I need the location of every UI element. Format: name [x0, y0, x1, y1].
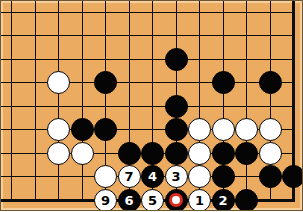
red-circle-mark-icon — [169, 193, 183, 207]
black-stone — [259, 71, 282, 94]
black-stone — [94, 71, 117, 94]
black-stone — [165, 142, 188, 165]
black-stone — [235, 142, 258, 165]
black-stone — [282, 165, 303, 188]
grid-line-horizontal — [1, 35, 295, 36]
grid-line-vertical — [58, 1, 59, 202]
white-stone-5: 5 — [141, 189, 164, 212]
white-stone — [188, 165, 211, 188]
white-stone-3: 3 — [165, 165, 188, 188]
move-number-label: 5 — [148, 193, 157, 206]
white-stone — [47, 71, 70, 94]
white-stone-1: 1 — [188, 189, 211, 212]
grid-line-horizontal — [1, 106, 295, 107]
white-stone-9: 9 — [94, 189, 117, 212]
white-stone — [212, 118, 235, 141]
move-number-label: 6 — [124, 193, 133, 206]
black-stone — [141, 142, 164, 165]
black-stone — [165, 118, 188, 141]
black-stone-2: 2 — [212, 189, 235, 212]
black-stone — [212, 142, 235, 165]
white-stone — [235, 118, 258, 141]
grid-line-vertical — [11, 1, 12, 202]
black-stone-6: 6 — [118, 189, 141, 212]
move-number-label: 7 — [124, 170, 133, 183]
white-stone — [47, 118, 70, 141]
white-stone-7: 7 — [118, 165, 141, 188]
move-number-label: 1 — [195, 193, 204, 206]
move-number-label: 4 — [148, 170, 157, 183]
go-board-diagram: 74396512 — [0, 0, 303, 211]
white-stone — [71, 142, 94, 165]
white-stone — [188, 142, 211, 165]
black-stone — [259, 165, 282, 188]
white-stone — [188, 118, 211, 141]
black-stone — [165, 95, 188, 118]
move-number-label: 2 — [218, 193, 227, 206]
grid-line-horizontal — [1, 59, 295, 60]
white-stone — [47, 142, 70, 165]
grid-line-vertical — [82, 1, 83, 202]
move-number-label: 3 — [171, 170, 180, 183]
black-stone — [212, 165, 235, 188]
black-stone — [235, 189, 258, 212]
marked-black-stone — [165, 189, 188, 212]
white-stone — [259, 142, 282, 165]
black-stone — [71, 118, 94, 141]
white-stone — [94, 165, 117, 188]
grid-line-vertical — [35, 1, 36, 202]
black-stone — [118, 142, 141, 165]
move-number-label: 9 — [101, 193, 110, 206]
black-stone — [212, 71, 235, 94]
black-stone-4: 4 — [141, 165, 164, 188]
grid-line-vertical — [246, 1, 247, 202]
grid-line-horizontal — [1, 82, 295, 83]
black-stone — [94, 118, 117, 141]
grid-line-horizontal — [1, 12, 295, 13]
white-stone — [259, 118, 282, 141]
black-stone — [165, 48, 188, 71]
